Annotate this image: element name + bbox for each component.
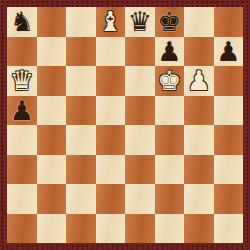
square-d5[interactable]	[96, 96, 126, 126]
square-e4[interactable]	[125, 125, 155, 155]
square-e8[interactable]: ♛	[125, 7, 155, 37]
black-knight[interactable]: ♞	[10, 8, 34, 35]
white-pawn[interactable]: ♟	[187, 67, 211, 94]
white-king[interactable]: ♚	[157, 67, 181, 94]
square-e3[interactable]	[125, 155, 155, 185]
black-pawn[interactable]: ♟	[157, 38, 181, 65]
square-f2[interactable]	[155, 184, 185, 214]
square-c1[interactable]	[66, 214, 96, 244]
square-c5[interactable]	[66, 96, 96, 126]
square-b2[interactable]	[37, 184, 67, 214]
square-e5[interactable]	[125, 96, 155, 126]
square-d6[interactable]	[96, 66, 126, 96]
square-h3[interactable]	[214, 155, 244, 185]
square-d3[interactable]	[96, 155, 126, 185]
square-b7[interactable]	[37, 37, 67, 67]
square-d7[interactable]	[96, 37, 126, 67]
square-c6[interactable]	[66, 66, 96, 96]
square-a1[interactable]	[7, 214, 37, 244]
square-g3[interactable]	[184, 155, 214, 185]
square-f6[interactable]: ♚	[155, 66, 185, 96]
square-h5[interactable]	[214, 96, 244, 126]
square-h6[interactable]	[214, 66, 244, 96]
square-b5[interactable]	[37, 96, 67, 126]
square-e6[interactable]	[125, 66, 155, 96]
square-g6[interactable]: ♟	[184, 66, 214, 96]
black-pawn[interactable]: ♟	[216, 38, 240, 65]
white-queen[interactable]: ♛	[10, 67, 34, 94]
square-h4[interactable]	[214, 125, 244, 155]
square-h1[interactable]	[214, 214, 244, 244]
square-f1[interactable]	[155, 214, 185, 244]
square-e7[interactable]	[125, 37, 155, 67]
black-king[interactable]: ♚	[157, 8, 181, 35]
square-f3[interactable]	[155, 155, 185, 185]
square-a6[interactable]: ♛	[7, 66, 37, 96]
square-c2[interactable]	[66, 184, 96, 214]
square-a3[interactable]	[7, 155, 37, 185]
square-h8[interactable]	[214, 7, 244, 37]
square-b8[interactable]	[37, 7, 67, 37]
chess-board-frame: ♞♝♛♚♟♟♛♚♟♟	[0, 0, 250, 250]
square-c8[interactable]	[66, 7, 96, 37]
square-g2[interactable]	[184, 184, 214, 214]
square-f4[interactable]	[155, 125, 185, 155]
square-b3[interactable]	[37, 155, 67, 185]
square-c3[interactable]	[66, 155, 96, 185]
square-c7[interactable]	[66, 37, 96, 67]
square-h7[interactable]: ♟	[214, 37, 244, 67]
square-d4[interactable]	[96, 125, 126, 155]
black-queen[interactable]: ♛	[128, 8, 152, 35]
square-a5[interactable]: ♟	[7, 96, 37, 126]
square-b4[interactable]	[37, 125, 67, 155]
square-b1[interactable]	[37, 214, 67, 244]
square-a7[interactable]	[7, 37, 37, 67]
square-f7[interactable]: ♟	[155, 37, 185, 67]
square-f8[interactable]: ♚	[155, 7, 185, 37]
chess-board: ♞♝♛♚♟♟♛♚♟♟	[7, 7, 243, 243]
square-g5[interactable]	[184, 96, 214, 126]
square-c4[interactable]	[66, 125, 96, 155]
square-g4[interactable]	[184, 125, 214, 155]
square-d2[interactable]	[96, 184, 126, 214]
square-e1[interactable]	[125, 214, 155, 244]
white-bishop[interactable]: ♝	[98, 8, 122, 35]
square-f5[interactable]	[155, 96, 185, 126]
square-a4[interactable]	[7, 125, 37, 155]
square-g7[interactable]	[184, 37, 214, 67]
square-d1[interactable]	[96, 214, 126, 244]
square-g1[interactable]	[184, 214, 214, 244]
square-b6[interactable]	[37, 66, 67, 96]
square-h2[interactable]	[214, 184, 244, 214]
square-g8[interactable]	[184, 7, 214, 37]
square-d8[interactable]: ♝	[96, 7, 126, 37]
black-pawn[interactable]: ♟	[10, 97, 34, 124]
square-e2[interactable]	[125, 184, 155, 214]
square-a8[interactable]: ♞	[7, 7, 37, 37]
square-a2[interactable]	[7, 184, 37, 214]
